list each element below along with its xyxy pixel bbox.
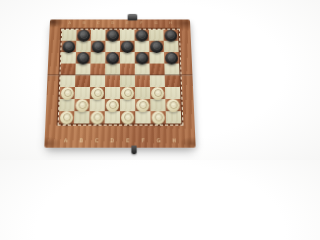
square-h8[interactable]: ⛂ bbox=[163, 30, 178, 41]
square-f3[interactable] bbox=[135, 87, 150, 99]
coord-letter-f: F bbox=[142, 137, 145, 143]
square-b2[interactable]: ⛀ bbox=[74, 99, 89, 111]
piece-light[interactable]: ⛀ bbox=[61, 87, 74, 100]
square-c3[interactable]: ⛀ bbox=[90, 87, 105, 99]
piece-dark[interactable]: ⛂ bbox=[121, 40, 134, 52]
square-f8[interactable]: ⛂ bbox=[134, 30, 149, 41]
square-d2[interactable]: ⛀ bbox=[105, 99, 120, 111]
square-f6[interactable]: ⛂ bbox=[135, 52, 150, 63]
coord-letter-d: D bbox=[111, 20, 114, 25]
fold-seam bbox=[48, 74, 193, 76]
square-h3[interactable] bbox=[165, 87, 180, 99]
piece-dark[interactable]: ⛂ bbox=[106, 52, 119, 64]
coord-letter-h: H bbox=[169, 20, 172, 25]
piece-dark[interactable]: ⛂ bbox=[77, 52, 90, 64]
coord-letter-e: E bbox=[126, 20, 128, 25]
square-b8[interactable]: ⛂ bbox=[76, 30, 91, 41]
piece-light[interactable]: ⛀ bbox=[106, 98, 119, 111]
piece-light[interactable]: ⛀ bbox=[60, 111, 74, 124]
square-f2[interactable]: ⛀ bbox=[135, 99, 150, 111]
piece-dark[interactable]: ⛂ bbox=[135, 29, 148, 41]
piece-light[interactable]: ⛀ bbox=[121, 87, 134, 100]
square-d1[interactable] bbox=[105, 111, 120, 123]
chessboard-box: ABCDEFGH ⛂⛂⛂⛂⛂⛂⛂⛂⛂⛂⛂⛂⛀⛀⛀⛀⛀⛀⛀⛀⛀⛀⛀⛀ ABCDEF… bbox=[44, 19, 195, 147]
square-e7[interactable]: ⛂ bbox=[120, 41, 135, 52]
piece-light[interactable]: ⛀ bbox=[136, 98, 149, 111]
piece-light[interactable]: ⛀ bbox=[90, 111, 103, 124]
square-c7[interactable]: ⛂ bbox=[91, 41, 106, 52]
coord-letter-f: F bbox=[140, 20, 142, 25]
coord-letter-d: D bbox=[110, 137, 114, 143]
square-e1[interactable]: ⛀ bbox=[120, 111, 135, 123]
square-g1[interactable]: ⛀ bbox=[150, 111, 166, 123]
square-e6[interactable] bbox=[120, 52, 135, 63]
piece-dark[interactable]: ⛂ bbox=[136, 52, 149, 64]
piece-dark[interactable]: ⛂ bbox=[92, 40, 105, 52]
square-f4[interactable] bbox=[135, 75, 150, 87]
square-e3[interactable]: ⛀ bbox=[120, 87, 135, 99]
square-d7[interactable] bbox=[105, 41, 120, 52]
coord-letters-bottom: ABCDEFGH bbox=[58, 137, 182, 143]
piece-light[interactable]: ⛀ bbox=[166, 98, 180, 111]
square-h4[interactable] bbox=[165, 75, 180, 87]
square-b1[interactable] bbox=[74, 111, 90, 123]
square-a1[interactable]: ⛀ bbox=[59, 111, 75, 123]
square-e2[interactable] bbox=[120, 99, 135, 111]
coord-letter-c: C bbox=[97, 20, 100, 25]
square-f7[interactable] bbox=[135, 41, 150, 52]
square-g3[interactable]: ⛀ bbox=[150, 87, 165, 99]
square-e8[interactable] bbox=[120, 30, 135, 41]
square-g4[interactable] bbox=[150, 75, 165, 87]
square-h6[interactable]: ⛂ bbox=[164, 52, 179, 63]
square-c2[interactable] bbox=[90, 99, 105, 111]
piece-dark[interactable]: ⛂ bbox=[150, 40, 163, 52]
square-h1[interactable] bbox=[166, 111, 182, 123]
square-d4[interactable] bbox=[105, 75, 120, 87]
square-a2[interactable] bbox=[59, 99, 75, 111]
square-f1[interactable] bbox=[135, 111, 150, 123]
piece-light[interactable]: ⛀ bbox=[151, 87, 164, 100]
coord-letter-b: B bbox=[83, 20, 86, 25]
square-a4[interactable] bbox=[60, 75, 75, 87]
square-b6[interactable]: ⛂ bbox=[76, 52, 91, 63]
square-b4[interactable] bbox=[75, 75, 90, 87]
piece-light[interactable]: ⛀ bbox=[121, 111, 134, 124]
coord-letter-b: B bbox=[79, 137, 83, 143]
coord-letter-g: G bbox=[154, 20, 157, 25]
coord-letter-a: A bbox=[68, 20, 71, 25]
metal-clasp-icon bbox=[128, 14, 138, 20]
square-a3[interactable]: ⛀ bbox=[60, 87, 75, 99]
coord-letters-top: ABCDEFGH bbox=[62, 20, 177, 25]
square-h7[interactable] bbox=[164, 41, 179, 52]
square-d8[interactable]: ⛂ bbox=[105, 30, 120, 41]
square-c8[interactable] bbox=[91, 30, 106, 41]
piece-dark[interactable]: ⛂ bbox=[165, 52, 178, 64]
coord-letter-a: A bbox=[64, 137, 68, 143]
coord-letter-h: H bbox=[172, 137, 176, 143]
square-d6[interactable]: ⛂ bbox=[105, 52, 120, 63]
piece-light[interactable]: ⛀ bbox=[91, 87, 104, 100]
square-g8[interactable] bbox=[149, 30, 164, 41]
piece-dark[interactable]: ⛂ bbox=[77, 29, 90, 41]
square-g6[interactable] bbox=[149, 52, 164, 63]
square-g2[interactable] bbox=[150, 99, 165, 111]
square-c4[interactable] bbox=[90, 75, 105, 87]
square-h2[interactable]: ⛀ bbox=[165, 99, 181, 111]
square-a8[interactable] bbox=[62, 30, 77, 41]
square-a6[interactable] bbox=[61, 52, 76, 63]
square-d3[interactable] bbox=[105, 87, 120, 99]
inner-dashed-border: ⛂⛂⛂⛂⛂⛂⛂⛂⛂⛂⛂⛂⛀⛀⛀⛀⛀⛀⛀⛀⛀⛀⛀⛀ bbox=[57, 28, 184, 126]
coord-letter-e: E bbox=[126, 137, 129, 143]
square-c1[interactable]: ⛀ bbox=[89, 111, 104, 123]
coord-letter-g: G bbox=[157, 137, 161, 143]
piece-dark[interactable]: ⛂ bbox=[106, 29, 119, 41]
photo-scene: ABCDEFGH ⛂⛂⛂⛂⛂⛂⛂⛂⛂⛂⛂⛂⛀⛀⛀⛀⛀⛀⛀⛀⛀⛀⛀⛀ ABCDEF… bbox=[0, 0, 240, 160]
play-grid: ⛂⛂⛂⛂⛂⛂⛂⛂⛂⛂⛂⛂⛀⛀⛀⛀⛀⛀⛀⛀⛀⛀⛀⛀ bbox=[59, 30, 182, 124]
piece-dark[interactable]: ⛂ bbox=[164, 29, 177, 41]
square-b3[interactable] bbox=[75, 87, 90, 99]
square-b7[interactable] bbox=[76, 41, 91, 52]
piece-light[interactable]: ⛀ bbox=[75, 98, 88, 111]
piece-light[interactable]: ⛀ bbox=[151, 111, 165, 124]
square-a7[interactable]: ⛂ bbox=[61, 41, 76, 52]
piece-dark[interactable]: ⛂ bbox=[62, 40, 75, 52]
square-g7[interactable]: ⛂ bbox=[149, 41, 164, 52]
square-c6[interactable] bbox=[90, 52, 105, 63]
metal-latch-icon bbox=[131, 146, 136, 155]
coord-letter-c: C bbox=[95, 137, 99, 143]
square-e4[interactable] bbox=[120, 75, 135, 87]
